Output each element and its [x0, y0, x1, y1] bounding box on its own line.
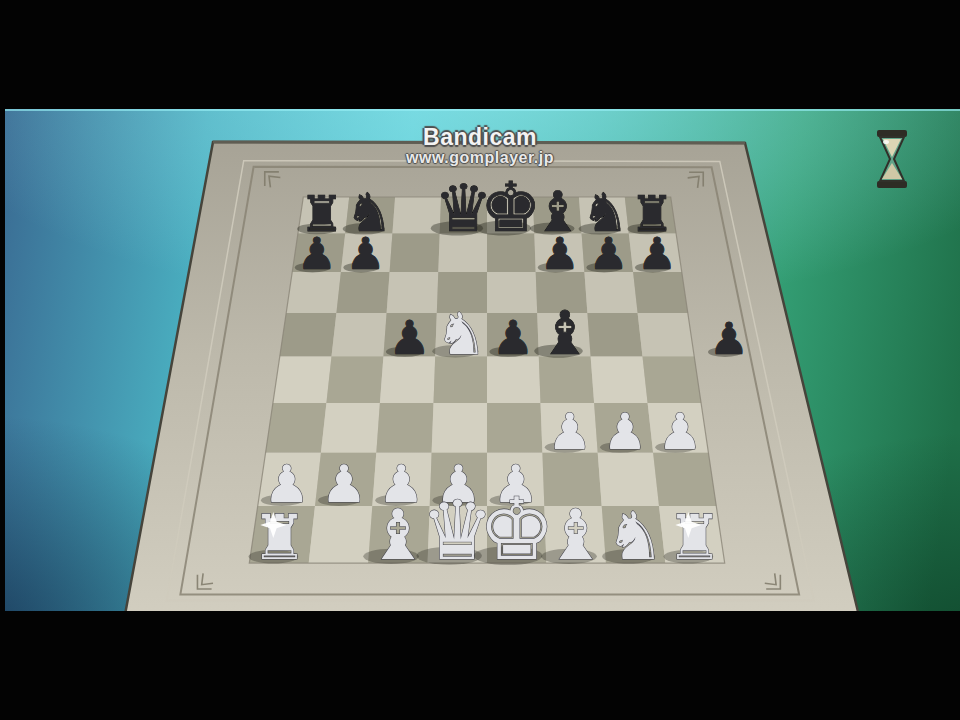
square-g4[interactable]	[591, 357, 648, 404]
square-c3[interactable]	[376, 403, 433, 453]
square-d3[interactable]	[432, 403, 487, 453]
letterbox-top	[0, 0, 960, 109]
square-b3[interactable]	[321, 403, 380, 453]
piece-bB-f5[interactable]: ♝	[537, 298, 591, 368]
letterbox-left	[0, 0, 5, 720]
video-frame: ♜♞♛♚♝♞♜♟♟♟♟♟♟♞♟♝♟♟♟♟♟♟♟♟♜♝♛♚♝♞♜♟ Bandica…	[0, 0, 960, 720]
watermark-url: www.gomplayer.jp	[0, 149, 960, 167]
piece-bP-h7[interactable]: ♟	[637, 228, 677, 279]
square-b1[interactable]	[309, 506, 373, 563]
hourglass-icon	[874, 129, 910, 189]
square-c7[interactable]	[390, 233, 440, 272]
piece-bP-e5[interactable]: ♟	[492, 310, 534, 365]
piece-bP-g7[interactable]: ♟	[589, 228, 629, 279]
square-h5[interactable]	[638, 313, 695, 357]
piece-wP-b2[interactable]: ♟	[321, 454, 367, 514]
captured-black-pawn: ♟	[709, 313, 748, 364]
square-e3[interactable]	[487, 403, 542, 453]
piece-wK-e1[interactable]: ♚	[478, 479, 555, 579]
square-a3[interactable]	[266, 403, 327, 453]
square-b4[interactable]	[326, 357, 383, 404]
letterbox-bottom	[0, 611, 960, 720]
square-h4[interactable]	[643, 357, 702, 404]
piece-wP-f3[interactable]: ♟	[547, 402, 592, 461]
piece-wN-g1[interactable]: ♞	[606, 498, 665, 575]
piece-wR-a1[interactable]: ♜	[252, 502, 307, 574]
watermark-title: Bandicam	[0, 124, 960, 151]
square-e6[interactable]	[487, 272, 537, 313]
square-c6[interactable]	[387, 272, 439, 313]
piece-wB-f1[interactable]: ♝	[545, 494, 607, 575]
piece-bP-c5[interactable]: ♟	[388, 310, 430, 365]
square-a4[interactable]	[273, 357, 332, 404]
square-a5[interactable]	[280, 313, 337, 357]
piece-wN-d5[interactable]: ♞	[435, 301, 487, 368]
piece-bP-f7[interactable]: ♟	[540, 228, 580, 279]
square-g5[interactable]	[587, 313, 642, 357]
piece-wR-h1[interactable]: ♜	[667, 502, 722, 574]
square-b5[interactable]	[332, 313, 387, 357]
piece-wP-h3[interactable]: ♟	[658, 402, 703, 461]
piece-bP-a7[interactable]: ♟	[297, 228, 337, 279]
piece-bP-b7[interactable]: ♟	[346, 228, 386, 279]
piece-wP-g3[interactable]: ♟	[603, 402, 648, 461]
